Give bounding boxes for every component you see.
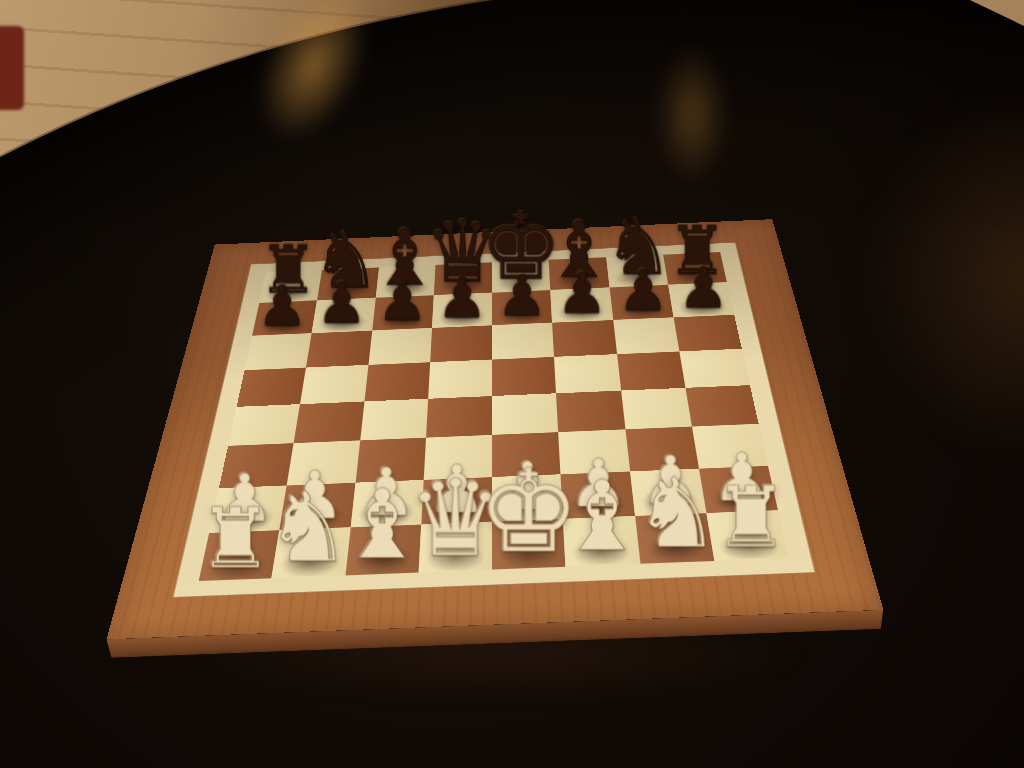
square-c6[interactable] — [368, 328, 432, 365]
square-h7[interactable]: ♟ — [668, 282, 734, 317]
square-g6[interactable] — [613, 317, 679, 354]
red-object-left-edge — [0, 26, 24, 110]
square-f7[interactable]: ♟ — [551, 288, 613, 323]
piece-white-rook[interactable]: ♜ — [713, 477, 788, 557]
square-h1[interactable]: ♜ — [706, 510, 789, 561]
square-e1[interactable]: ♚ — [492, 519, 566, 570]
square-a7[interactable]: ♟ — [252, 301, 317, 336]
board-grid: ♜♞♝♛♚♝♞♜♟♟♟♟♟♟♟♟♟♟♟♟♟♟♟♟♜♞♝♛♚♝♞♜ — [199, 252, 789, 581]
square-h6[interactable] — [673, 314, 741, 351]
square-b6[interactable] — [306, 330, 372, 367]
board-frame: ♜♞♝♛♚♝♞♜♟♟♟♟♟♟♟♟♟♟♟♟♟♟♟♟♜♞♝♛♚♝♞♜ — [107, 219, 884, 639]
square-g1[interactable]: ♞ — [635, 513, 715, 564]
square-g7[interactable]: ♟ — [609, 285, 673, 320]
piece-black-pawn[interactable]: ♟ — [257, 279, 307, 332]
square-a4[interactable] — [228, 404, 300, 446]
photo-scene: ♜♞♝♛♚♝♞♜♟♟♟♟♟♟♟♟♟♟♟♟♟♟♟♟♜♞♝♛♚♝♞♜ — [0, 0, 1024, 768]
square-f6[interactable] — [552, 320, 616, 357]
square-d6[interactable] — [430, 325, 492, 362]
square-a6[interactable] — [245, 333, 312, 370]
square-c4[interactable] — [360, 399, 428, 441]
square-f1[interactable]: ♝ — [563, 516, 640, 567]
piece-black-pawn[interactable]: ♟ — [618, 263, 669, 317]
piece-black-pawn[interactable]: ♟ — [557, 266, 608, 320]
piece-white-knight[interactable]: ♞ — [633, 468, 720, 560]
piece-black-pawn[interactable]: ♟ — [437, 271, 487, 324]
square-g4[interactable] — [621, 388, 692, 430]
chess-board: ♜♞♝♛♚♝♞♜♟♟♟♟♟♟♟♟♟♟♟♟♟♟♟♟♜♞♝♛♚♝♞♜ — [107, 219, 884, 639]
square-b7[interactable]: ♟ — [312, 298, 375, 333]
piece-black-pawn[interactable]: ♟ — [317, 277, 367, 330]
square-f4[interactable] — [556, 391, 625, 433]
square-e7[interactable]: ♟ — [492, 290, 552, 325]
square-d7[interactable]: ♟ — [432, 293, 492, 328]
square-e6[interactable] — [492, 322, 554, 359]
piece-black-pawn[interactable]: ♟ — [497, 269, 547, 322]
piece-black-pawn[interactable]: ♟ — [678, 261, 729, 315]
piece-white-rook[interactable]: ♜ — [198, 498, 273, 577]
square-c7[interactable]: ♟ — [372, 295, 434, 330]
piece-black-pawn[interactable]: ♟ — [377, 274, 427, 327]
square-e4[interactable] — [492, 393, 558, 435]
